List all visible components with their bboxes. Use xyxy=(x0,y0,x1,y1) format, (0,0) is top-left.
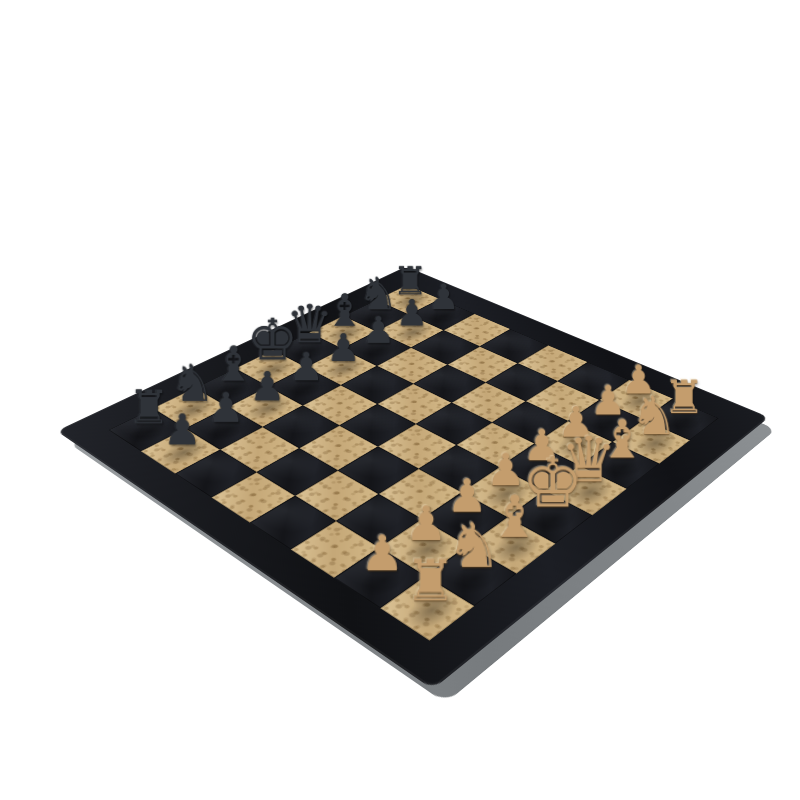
chess-set-photo: ♜♞♝♛♚♝♞♜♟♟♟♟♟♟♟♟♟♟♟♟♟♟♟♟♜♞♝♛♚♝♞♜ xyxy=(0,0,800,800)
chess-board: ♜♞♝♛♚♝♞♜♟♟♟♟♟♟♟♟♟♟♟♟♟♟♟♟♜♞♝♛♚♝♞♜ xyxy=(57,266,769,689)
piece-black-pawn[interactable]: ♟ xyxy=(133,409,232,451)
piece-white-rook[interactable]: ♜ xyxy=(371,552,490,609)
board-tilt-wrapper: ♜♞♝♛♚♝♞♜♟♟♟♟♟♟♟♟♟♟♟♟♟♟♟♟♜♞♝♛♚♝♞♜ xyxy=(57,266,769,689)
